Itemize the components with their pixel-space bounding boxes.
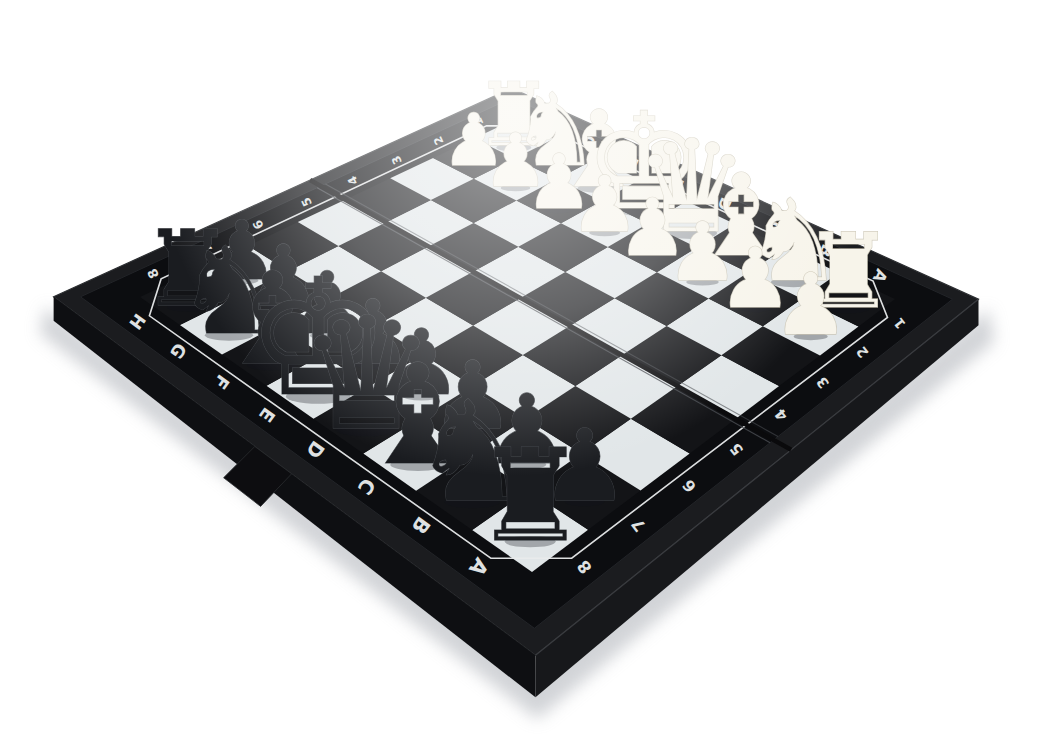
photo-stage: AA11BB22CC33DD44EE55FF66GG77HH88♜♟♞♟♝♟♚♟… [0, 0, 1060, 738]
chess-set-photo: AA11BB22CC33DD44EE55FF66GG77HH88♜♟♞♟♝♟♚♟… [0, 0, 1060, 738]
piece-white-pawn-a2: ♟ [773, 255, 849, 354]
piece-black-rook-a8: ♜ [473, 421, 587, 570]
